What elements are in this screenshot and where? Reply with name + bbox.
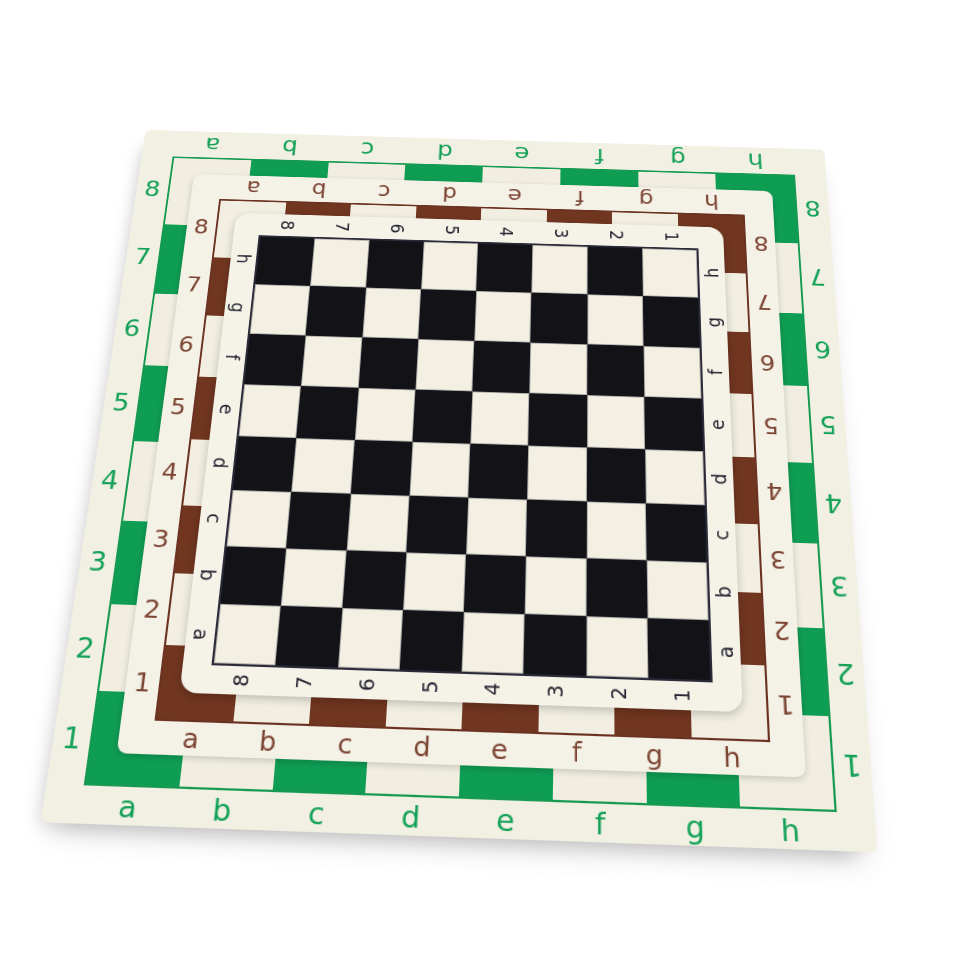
coord-label: c: [327, 135, 406, 163]
square-e4: [470, 391, 529, 445]
coord-label-text: b: [281, 136, 299, 157]
coord-label: 7: [799, 242, 836, 313]
coord-label-text: 5: [762, 414, 779, 437]
coord-label: 5: [809, 386, 848, 464]
square-f3: [530, 342, 587, 395]
coord-label: f: [702, 347, 730, 399]
square-b2: [586, 558, 647, 618]
coord-label: a: [78, 785, 177, 827]
square-f5: [415, 339, 474, 392]
coord-label: 3: [819, 544, 861, 630]
coord-label: e: [703, 398, 732, 452]
square-d4: [468, 444, 528, 500]
coord-label-text: 8: [804, 198, 821, 220]
coord-label: h: [228, 234, 259, 283]
coord-label-text: 4: [99, 467, 120, 493]
square-g3: [531, 293, 587, 344]
coord-label: e: [481, 183, 547, 209]
coord-label: c: [350, 179, 417, 205]
coord-label-text: b: [714, 586, 734, 599]
coord-label: 2: [587, 678, 650, 709]
square-g6: [362, 288, 421, 339]
square-c3: [526, 500, 586, 558]
coord-label-text: 6: [759, 351, 776, 373]
coord-label-text: 2: [772, 617, 790, 643]
coord-label: h: [716, 146, 795, 174]
coord-label-text: 8: [143, 178, 162, 200]
coord-label-text: 8: [278, 220, 297, 230]
square-d1: [645, 449, 705, 505]
coord-label: h: [678, 188, 745, 214]
square-c6: [346, 494, 409, 552]
coord-label: 2: [763, 594, 800, 668]
coord-label: b: [285, 177, 352, 203]
coord-label-text: 3: [87, 548, 109, 575]
coord-label: 6: [804, 312, 842, 387]
coord-label-text: f: [595, 807, 606, 838]
coord-label-text: a: [117, 791, 139, 822]
coord-label-text: e: [514, 143, 530, 164]
square-a4: [462, 612, 525, 674]
square-a7: [276, 606, 342, 668]
square-e7: [296, 386, 358, 440]
coord-label: h: [693, 739, 772, 776]
coord-label-text: 5: [442, 225, 460, 235]
coord-label: 6: [368, 217, 424, 240]
coord-label: g: [222, 282, 253, 332]
coord-label-text: 6: [387, 223, 405, 233]
coord-label-text: 2: [836, 659, 856, 688]
coord-label: a: [219, 175, 287, 201]
coord-label-text: c: [336, 730, 353, 758]
coord-label-text: f: [572, 739, 582, 767]
square-g8: [250, 284, 311, 335]
coord-label: 3: [533, 222, 588, 245]
green-chessboard: 8765432187654321hgfedcbahgfedcba abcdefg…: [41, 130, 878, 853]
coord-label-text: b: [197, 569, 218, 582]
coord-label: 6: [334, 670, 399, 701]
coord-label: d: [362, 795, 459, 837]
coord-label-text: f: [706, 369, 725, 375]
black-board-field: [211, 235, 712, 682]
coord-label-text: f: [223, 354, 242, 360]
coord-label: 3: [524, 676, 587, 707]
coord-label-text: c: [204, 513, 224, 524]
coord-label-text: a: [181, 725, 201, 753]
photo-background: 8765432187654321hgfedcbahgfedcba abcdefg…: [0, 0, 960, 960]
coord-label-text: 6: [122, 316, 142, 340]
coord-label: b: [250, 133, 330, 161]
square-b5: [403, 552, 466, 612]
coord-label-text: d: [441, 184, 457, 204]
coord-label: a: [711, 622, 742, 684]
coord-label-text: a: [716, 646, 737, 659]
coord-label-text: a: [245, 178, 261, 198]
coord-label-text: 1: [132, 669, 152, 696]
coord-label-text: 4: [765, 479, 782, 503]
coord-label-text: b: [310, 180, 326, 200]
coord-label-text: h: [703, 268, 721, 278]
coord-label-text: a: [204, 134, 222, 155]
coord-label-text: h: [234, 253, 253, 263]
coord-label-text: 8: [230, 674, 252, 687]
coord-label: 8: [795, 175, 831, 243]
coord-label-text: 7: [293, 676, 314, 689]
brown-chessboard: 8765432187654321hgfedcbahgfedcba abcdefg…: [117, 174, 806, 777]
square-h6: [366, 240, 424, 289]
square-e6: [354, 388, 415, 442]
coord-label: c: [305, 726, 385, 762]
coord-label-text: c: [712, 529, 732, 540]
square-c4: [466, 498, 527, 556]
coord-label: a: [173, 131, 253, 159]
square-h2: [587, 247, 643, 297]
coord-label: g: [647, 805, 743, 847]
coord-label-text: 7: [133, 246, 152, 268]
coord-label-text: 5: [819, 412, 838, 437]
square-e8: [239, 384, 302, 438]
coord-label: g: [638, 144, 716, 172]
square-h1: [642, 248, 698, 298]
coord-label-text: 6: [356, 678, 377, 691]
coord-label: h: [698, 248, 725, 297]
square-a2: [586, 616, 648, 678]
coord-label-text: h: [780, 814, 801, 846]
coord-label-text: 8: [753, 233, 769, 254]
coord-label-text: 8: [193, 216, 210, 236]
coord-label: f: [216, 332, 248, 384]
square-f2: [587, 344, 644, 397]
coord-label-text: c: [377, 182, 391, 202]
coord-label-text: g: [228, 302, 247, 313]
coord-label: 8: [745, 215, 777, 273]
coord-label: d: [382, 729, 461, 766]
square-c5: [406, 496, 468, 554]
coord-label: 5: [753, 393, 787, 458]
coord-label: 4: [478, 220, 533, 243]
square-g1: [643, 296, 700, 347]
coord-label-text: 2: [608, 687, 628, 701]
square-e2: [587, 395, 645, 449]
coord-label-text: 4: [482, 682, 503, 695]
coord-label-text: 4: [824, 490, 843, 516]
square-h8: [255, 237, 315, 286]
coord-label: f: [553, 802, 648, 844]
coord-label: 1: [650, 680, 714, 711]
square-a5: [399, 610, 463, 672]
square-a3: [524, 614, 586, 676]
coord-label-text: e: [507, 186, 522, 206]
square-b8: [220, 546, 286, 606]
square-b1: [646, 560, 708, 620]
coord-label-text: 7: [809, 266, 827, 289]
coord-label: b: [173, 789, 271, 831]
coord-label-text: c: [360, 139, 375, 160]
coord-label: f: [547, 184, 613, 210]
square-g5: [418, 289, 476, 340]
coord-label-text: e: [496, 804, 515, 835]
coord-label-text: 3: [769, 547, 787, 572]
coord-label: b: [228, 723, 308, 759]
coord-label-text: 1: [662, 232, 680, 242]
coord-label-text: b: [211, 794, 233, 825]
coord-label-text: 7: [332, 222, 350, 232]
coord-label-text: h: [723, 744, 741, 772]
square-d8: [233, 436, 297, 492]
square-b7: [281, 548, 346, 608]
coord-label: e: [457, 799, 553, 841]
coord-label-text: d: [400, 801, 421, 832]
coord-label-text: 4: [160, 460, 179, 484]
coord-label-text: 5: [419, 680, 440, 693]
square-h7: [310, 238, 369, 287]
coord-label-text: 2: [607, 230, 625, 240]
coord-label-text: e: [216, 404, 236, 415]
square-d5: [409, 442, 470, 498]
square-c2: [586, 502, 646, 560]
coord-label-text: h: [747, 150, 764, 171]
square-b4: [464, 554, 526, 614]
square-a6: [338, 608, 403, 670]
coord-label-text: 6: [814, 337, 832, 361]
coord-label: d: [416, 181, 483, 207]
coord-label-text: g: [646, 741, 664, 769]
coord-label-text: d: [210, 457, 230, 469]
square-f4: [472, 340, 530, 393]
coord-label: h: [742, 809, 839, 851]
coord-label: e: [483, 140, 561, 168]
square-e1: [644, 397, 703, 452]
coord-label-text: d: [413, 733, 432, 761]
coord-label: c: [267, 792, 364, 834]
coord-label: g: [616, 737, 694, 774]
coord-label-text: 1: [60, 723, 83, 753]
coord-label: f: [561, 142, 639, 170]
square-d7: [291, 438, 354, 494]
coord-label-text: 4: [497, 227, 515, 237]
coord-label-text: a: [190, 628, 211, 641]
coord-label-text: 3: [545, 685, 566, 699]
coord-label: e: [460, 731, 538, 768]
coord-label-text: 1: [776, 691, 795, 718]
coord-label: 1: [767, 666, 804, 743]
square-d3: [527, 446, 586, 502]
coord-label: 4: [460, 674, 524, 705]
coord-label-text: h: [704, 191, 719, 211]
coord-label: 7: [747, 272, 780, 332]
square-e3: [528, 393, 586, 447]
coord-label-text: g: [685, 811, 705, 842]
coord-label: 1: [643, 225, 699, 248]
coord-label: d: [705, 451, 734, 507]
coord-label-text: 6: [177, 333, 195, 355]
coord-label-text: 7: [756, 291, 772, 312]
square-c7: [286, 492, 350, 550]
coord-label: 8: [259, 214, 316, 237]
coord-label-text: 1: [842, 750, 863, 780]
coord-label: c: [707, 506, 737, 564]
square-d6: [350, 440, 412, 496]
coord-label-text: d: [436, 141, 453, 162]
coord-label-text: 5: [169, 395, 188, 418]
coord-label: a: [150, 721, 231, 757]
coord-label-text: 3: [552, 228, 570, 238]
coord-label-text: 2: [142, 596, 162, 622]
square-a8: [214, 604, 281, 666]
square-g7: [306, 286, 366, 337]
black-chessboard: 8765432187654321hgfedcbahgfedcba: [179, 213, 742, 712]
square-b3: [525, 556, 586, 616]
square-d2: [586, 447, 645, 503]
square-f7: [301, 335, 362, 387]
coord-label-text: c: [307, 797, 326, 828]
coord-label: 3: [760, 524, 796, 595]
coord-label-text: g: [638, 189, 653, 209]
coord-label-text: 2: [74, 633, 96, 661]
coord-label: 7: [271, 667, 336, 698]
coord-label-text: 3: [151, 527, 170, 552]
coord-label: d: [405, 137, 484, 165]
square-c8: [227, 490, 292, 548]
coord-label: 8: [208, 665, 274, 696]
coord-label: 6: [750, 331, 784, 394]
coord-label: 2: [588, 223, 643, 246]
square-e5: [412, 389, 472, 443]
coord-label: b: [709, 563, 739, 623]
coord-label-text: 7: [185, 274, 203, 295]
coord-label: 5: [397, 672, 461, 703]
coord-label: 7: [313, 215, 369, 238]
coord-label-text: f: [576, 188, 584, 208]
coord-label-text: g: [669, 148, 685, 169]
coord-label: 4: [814, 463, 854, 545]
square-f8: [244, 333, 306, 385]
square-f6: [358, 337, 418, 390]
square-g4: [474, 291, 531, 342]
coord-label-text: d: [710, 473, 730, 485]
coord-label-text: 5: [111, 390, 131, 415]
coord-label-text: 3: [830, 573, 850, 601]
coord-label: 2: [825, 629, 868, 720]
coord-label: f: [538, 734, 616, 771]
square-a1: [647, 618, 710, 680]
square-h4: [476, 243, 532, 292]
coord-label-text: e: [708, 419, 727, 430]
square-h3: [532, 245, 588, 294]
coord-label: 4: [756, 457, 791, 525]
coord-label: 1: [831, 718, 875, 813]
square-f1: [643, 346, 701, 399]
coord-label-text: g: [705, 316, 724, 327]
square-h5: [421, 242, 478, 291]
square-c1: [646, 504, 707, 562]
coord-label: g: [700, 297, 728, 348]
coord-label-text: f: [595, 146, 604, 167]
coord-label-text: e: [491, 736, 509, 764]
chessboard-stack: 8765432187654321hgfedcbahgfedcba abcdefg…: [41, 130, 878, 853]
coord-label: g: [613, 186, 679, 212]
coord-label-text: b: [258, 728, 278, 756]
square-b6: [342, 550, 406, 610]
coord-label-text: 1: [671, 689, 692, 703]
coord-label: 5: [423, 219, 479, 242]
square-g2: [587, 295, 643, 346]
